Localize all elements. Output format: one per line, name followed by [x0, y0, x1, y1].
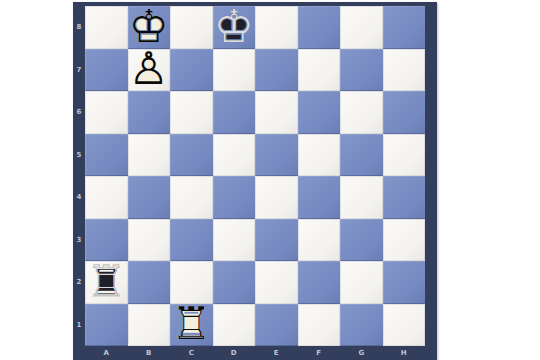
square-a2[interactable]: ♜♖	[85, 261, 128, 304]
square-b7[interactable]: ♟♙	[128, 49, 171, 92]
file-label-e: E	[255, 346, 298, 359]
square-e2[interactable]	[255, 261, 298, 304]
square-g5[interactable]	[340, 134, 383, 177]
square-f7[interactable]	[298, 49, 341, 92]
square-d8[interactable]: ♚♔	[213, 6, 256, 49]
piece-black-king[interactable]: ♚♔	[213, 6, 256, 49]
white-pawn-outline-icon: ♙	[128, 49, 171, 92]
square-b5[interactable]	[128, 134, 171, 177]
square-a7[interactable]	[85, 49, 128, 92]
square-a8[interactable]	[85, 6, 128, 49]
rank-label-1: 1	[73, 304, 85, 347]
square-a6[interactable]	[85, 91, 128, 134]
square-g3[interactable]	[340, 219, 383, 262]
square-c8[interactable]	[170, 6, 213, 49]
square-d2[interactable]	[213, 261, 256, 304]
square-c3[interactable]	[170, 219, 213, 262]
file-label-h: H	[383, 346, 426, 359]
square-h4[interactable]	[383, 176, 426, 219]
square-e8[interactable]	[255, 6, 298, 49]
chess-board: ♚♔♚♔♟♙♜♖♜♖ 87654321ABCDEFGH	[73, 2, 437, 360]
square-h7[interactable]	[383, 49, 426, 92]
piece-black-rook[interactable]: ♜♖	[85, 261, 128, 304]
square-c5[interactable]	[170, 134, 213, 177]
square-f1[interactable]	[298, 304, 341, 347]
square-a5[interactable]	[85, 134, 128, 177]
rank-label-2: 2	[73, 261, 85, 304]
square-f8[interactable]	[298, 6, 341, 49]
file-label-d: D	[213, 346, 256, 359]
white-rook-outline-icon: ♖	[170, 304, 213, 347]
file-label-c: C	[170, 346, 213, 359]
square-d1[interactable]	[213, 304, 256, 347]
square-c7[interactable]	[170, 49, 213, 92]
square-d6[interactable]	[213, 91, 256, 134]
square-b4[interactable]	[128, 176, 171, 219]
rank-label-5: 5	[73, 134, 85, 177]
square-f5[interactable]	[298, 134, 341, 177]
square-h8[interactable]	[383, 6, 426, 49]
square-f6[interactable]	[298, 91, 341, 134]
square-d7[interactable]	[213, 49, 256, 92]
black-king-outline-icon: ♔	[213, 6, 256, 49]
square-e4[interactable]	[255, 176, 298, 219]
square-g4[interactable]	[340, 176, 383, 219]
square-h3[interactable]	[383, 219, 426, 262]
square-a4[interactable]	[85, 176, 128, 219]
square-c6[interactable]	[170, 91, 213, 134]
square-g8[interactable]	[340, 6, 383, 49]
square-d4[interactable]	[213, 176, 256, 219]
board-squares: ♚♔♚♔♟♙♜♖♜♖	[85, 6, 425, 346]
square-g2[interactable]	[340, 261, 383, 304]
piece-white-rook[interactable]: ♜♖	[170, 304, 213, 347]
square-h2[interactable]	[383, 261, 426, 304]
square-f4[interactable]	[298, 176, 341, 219]
square-d5[interactable]	[213, 134, 256, 177]
square-e1[interactable]	[255, 304, 298, 347]
rank-label-8: 8	[73, 6, 85, 49]
square-h5[interactable]	[383, 134, 426, 177]
piece-white-pawn[interactable]: ♟♙	[128, 49, 171, 92]
square-g6[interactable]	[340, 91, 383, 134]
square-e5[interactable]	[255, 134, 298, 177]
page-background: ♚♔♚♔♟♙♜♖♜♖ 87654321ABCDEFGH	[0, 0, 540, 360]
square-e3[interactable]	[255, 219, 298, 262]
square-c1[interactable]: ♜♖	[170, 304, 213, 347]
rank-label-3: 3	[73, 219, 85, 262]
square-b6[interactable]	[128, 91, 171, 134]
square-b1[interactable]	[128, 304, 171, 347]
square-b3[interactable]	[128, 219, 171, 262]
square-f2[interactable]	[298, 261, 341, 304]
rank-label-6: 6	[73, 91, 85, 134]
square-g7[interactable]	[340, 49, 383, 92]
file-label-g: G	[340, 346, 383, 359]
square-f3[interactable]	[298, 219, 341, 262]
square-e6[interactable]	[255, 91, 298, 134]
rank-label-7: 7	[73, 49, 85, 92]
black-rook-outline-icon: ♖	[85, 261, 128, 304]
square-c4[interactable]	[170, 176, 213, 219]
file-label-b: B	[128, 346, 171, 359]
file-label-a: A	[85, 346, 128, 359]
square-g1[interactable]	[340, 304, 383, 347]
square-h1[interactable]	[383, 304, 426, 347]
square-e7[interactable]	[255, 49, 298, 92]
square-b2[interactable]	[128, 261, 171, 304]
square-h6[interactable]	[383, 91, 426, 134]
rank-label-4: 4	[73, 176, 85, 219]
file-label-f: F	[298, 346, 341, 359]
square-d3[interactable]	[213, 219, 256, 262]
square-a1[interactable]	[85, 304, 128, 347]
